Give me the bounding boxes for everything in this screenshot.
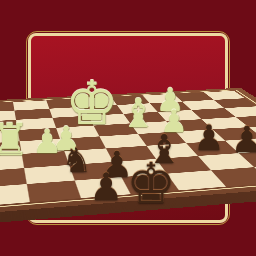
white-rook-a5[interactable]: ♜: [0, 118, 30, 162]
white-pawn-b5[interactable]: ♟: [32, 125, 62, 158]
black-pawn-b2[interactable]: ♟: [89, 168, 123, 206]
black-knight-b4[interactable]: ♞: [62, 143, 92, 177]
black-pawn-f3[interactable]: ♟: [193, 121, 224, 156]
chessboard-scene: ♟♚♝♟♟♟♟♟♜♝♞♟♟♚: [0, 0, 256, 256]
black-pawn-g2[interactable]: ♟: [231, 122, 256, 158]
black-king-c1[interactable]: ♚: [126, 156, 176, 212]
